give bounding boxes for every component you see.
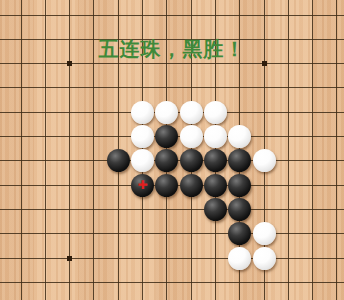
grid-line-horizontal [0,87,344,88]
black-stone [204,149,227,172]
white-stone [228,125,251,148]
black-stone [228,198,251,221]
black-stone [180,174,203,197]
white-stone [180,101,203,124]
black-stone [180,149,203,172]
black-stone [155,149,178,172]
black-stone [228,149,251,172]
black-stone [204,174,227,197]
white-stone [155,101,178,124]
white-stone [131,125,154,148]
black-stone [228,174,251,197]
white-stone [204,101,227,124]
white-stone [228,247,251,270]
grid-line-horizontal [0,282,344,283]
white-stone [131,149,154,172]
win-banner: 五连珠，黑胜！ [0,36,344,63]
white-stone [131,101,154,124]
grid-line-horizontal [0,233,344,234]
black-stone [107,149,130,172]
white-stone [253,247,276,270]
grid-line-horizontal [0,63,344,64]
grid-line-horizontal [0,15,344,16]
grid-line-horizontal [0,258,344,259]
grid-line-horizontal [0,209,344,210]
white-stone [204,125,227,148]
black-stone [228,222,251,245]
black-stone [155,174,178,197]
star-point [67,256,72,261]
white-stone [253,222,276,245]
gomoku-board[interactable]: ✚ 五连珠，黑胜！ [0,0,344,300]
black-stone [131,174,154,197]
white-stone [253,149,276,172]
black-stone [204,198,227,221]
black-stone [155,125,178,148]
white-stone [180,125,203,148]
